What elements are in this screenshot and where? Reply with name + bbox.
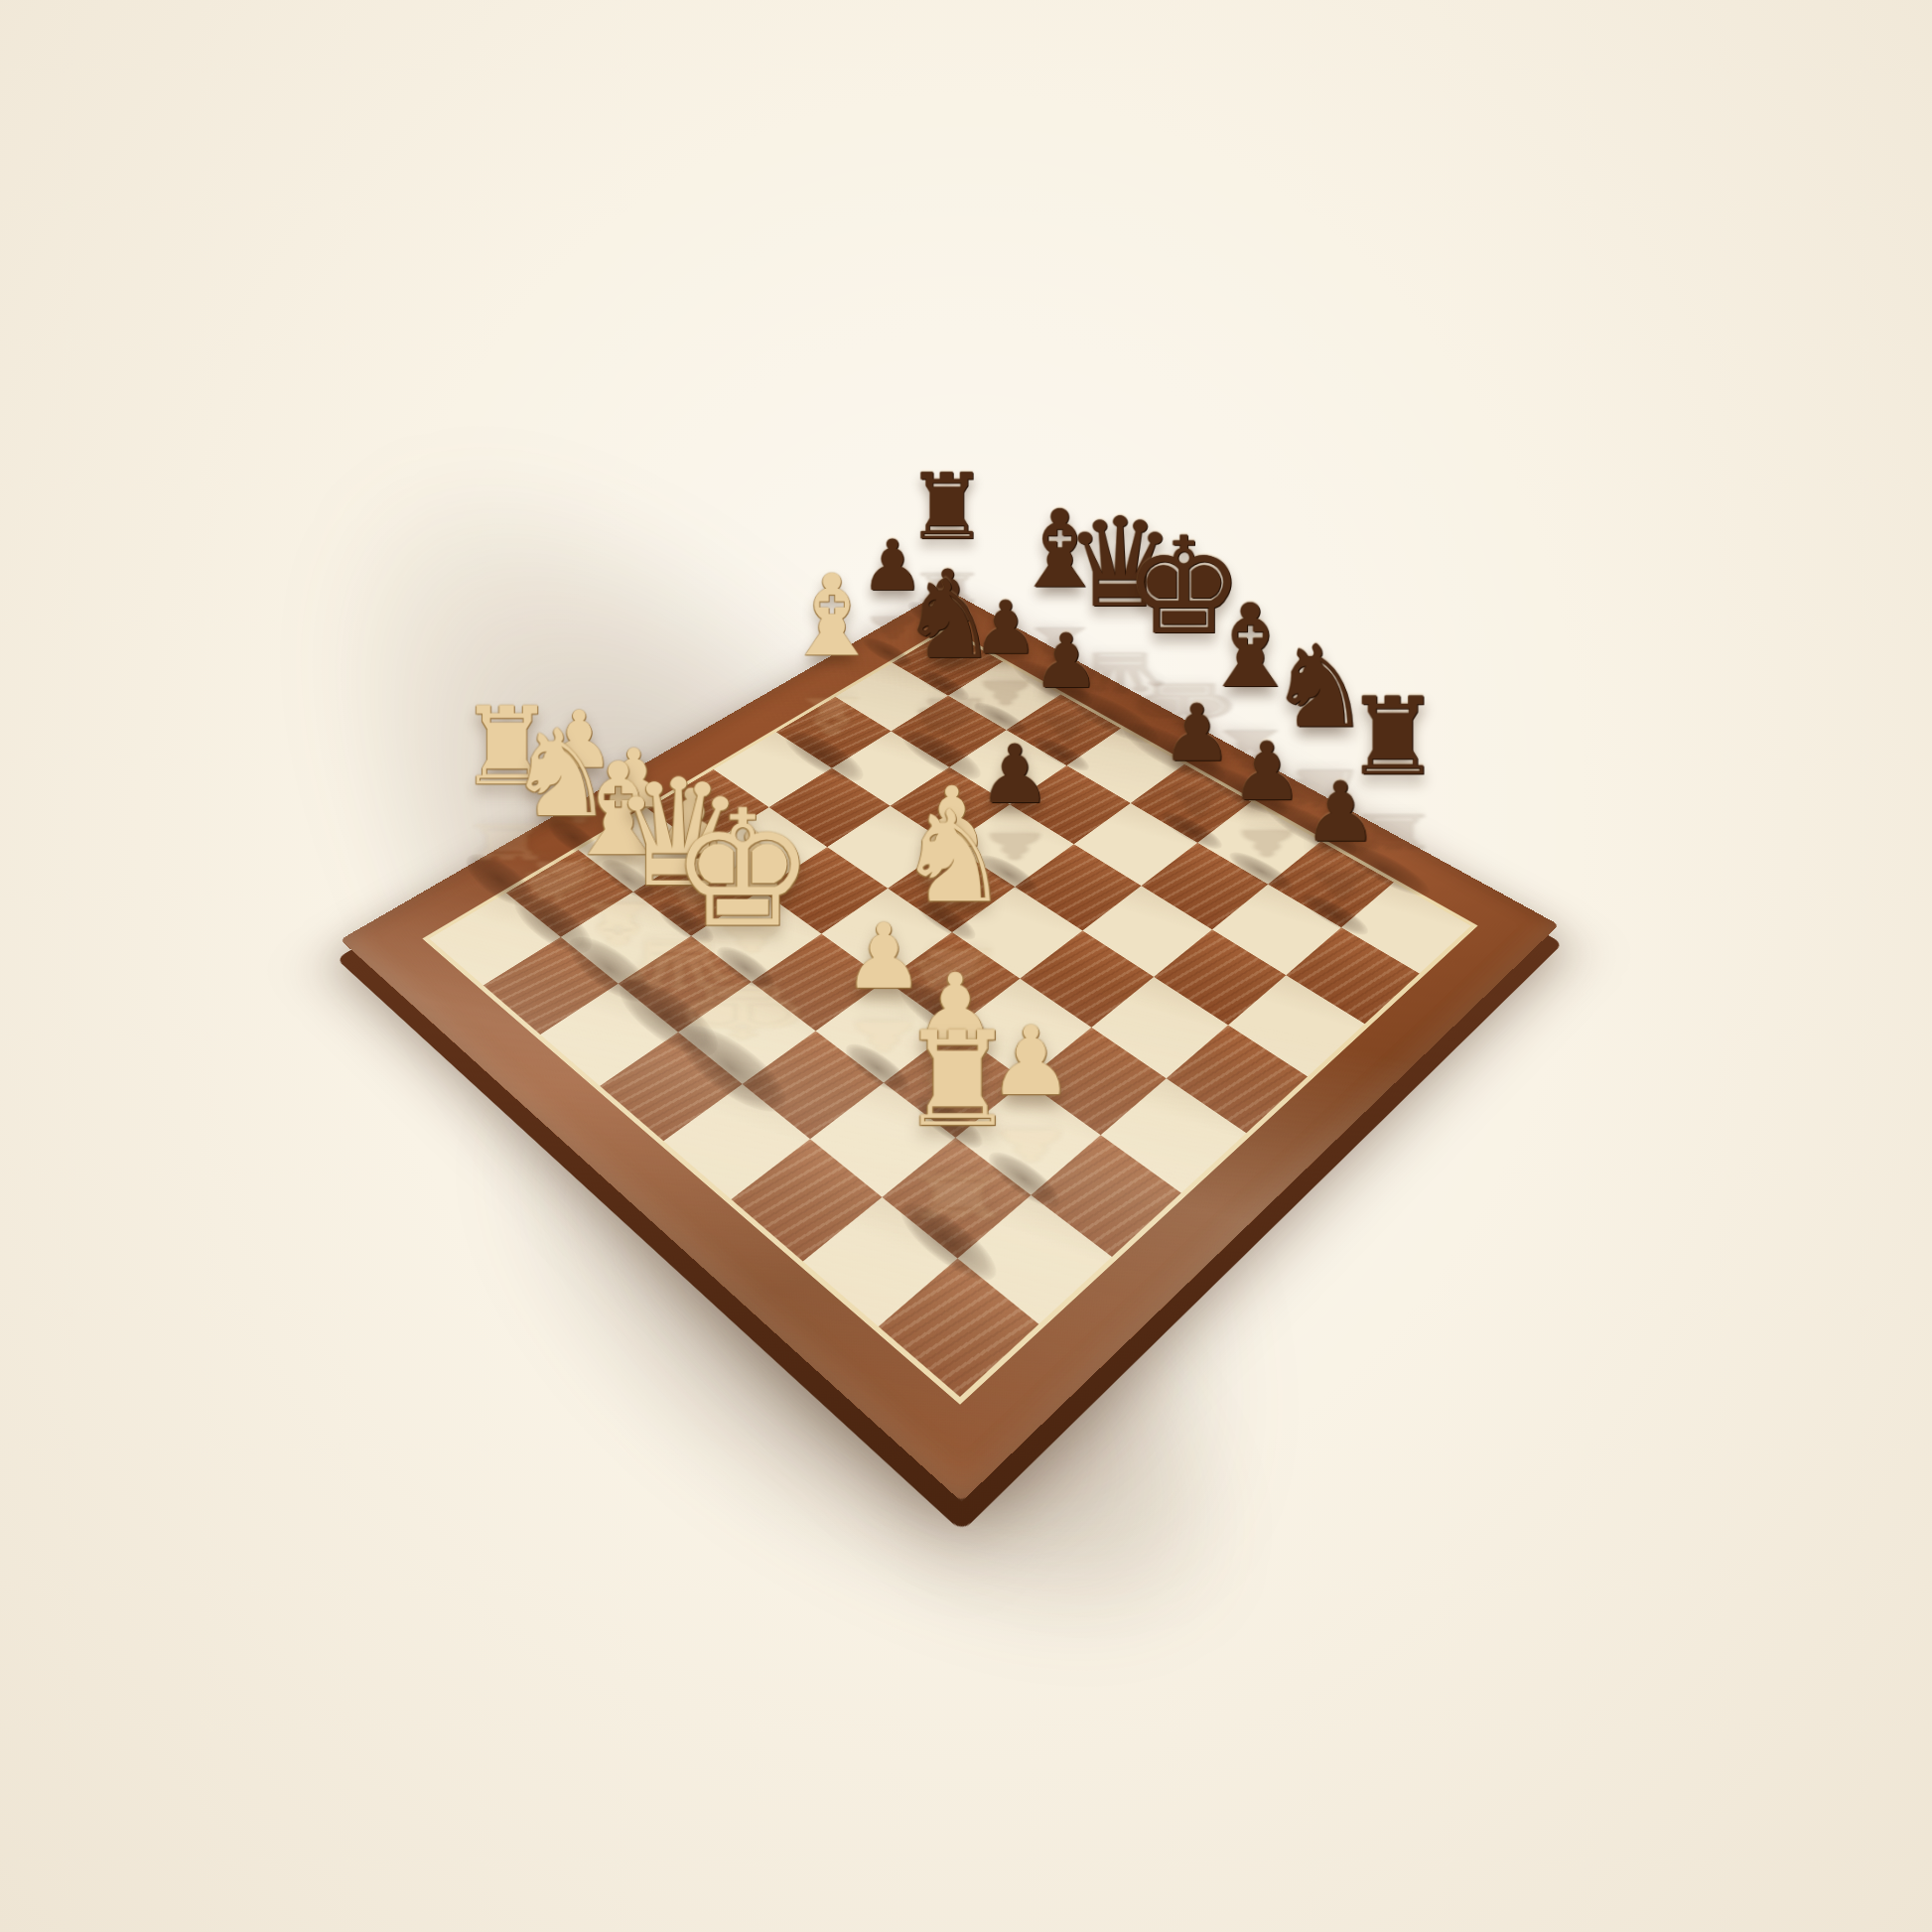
white-king-e1[interactable]: ♚ xyxy=(670,788,814,1110)
board-frame: ♜♞♝♛♚♜♟♟♟♟♟♟♟♟♞♝♜♝♛♚♝♞♜♞♟♟♟♟♟♟♟♟ xyxy=(341,589,1559,1501)
board-3d-wrapper: ♜♞♝♛♚♜♟♟♟♟♟♟♟♟♞♝♜♝♛♚♝♞♜♞♟♟♟♟♟♟♟♟ xyxy=(341,589,1559,1501)
board-scene: ♜♞♝♛♚♜♟♟♟♟♟♟♟♟♞♝♜♝♛♚♝♞♜♞♟♟♟♟♟♟♟♟ xyxy=(0,0,1932,1932)
white-rook-h1[interactable]: ♜ xyxy=(898,1014,1017,1277)
